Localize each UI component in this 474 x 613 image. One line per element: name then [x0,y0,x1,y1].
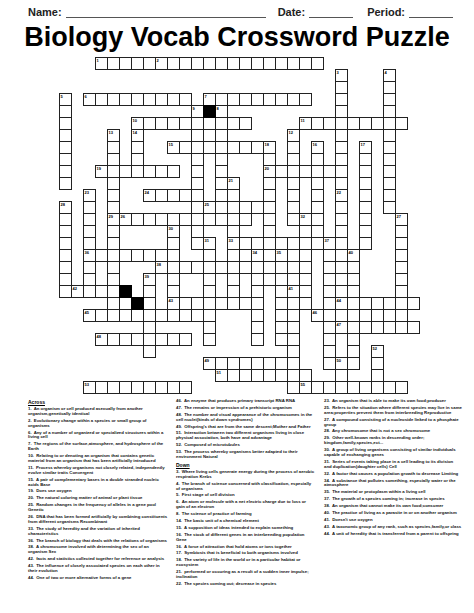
grid-cell[interactable] [179,381,192,394]
clue-item-number: 8. [176,511,180,516]
clues-column-3: 23. An organism that is able to make its… [324,399,462,589]
grid-cell[interactable] [179,213,192,226]
clue-item: 53. The process whereby organisms better… [176,450,316,460]
clue-item: 5. First stage of cell division [176,493,316,498]
black-cell [131,297,144,310]
clue-item-number: 22. [176,581,182,586]
clue-item: 1. An organism or cell produced asexuall… [28,407,168,417]
clue-number: 20 [265,166,269,171]
clue-item: 43. The influence of closely associated … [28,564,168,574]
clue-item: 52. Composed of microtubules [176,443,316,448]
grid-cell[interactable] [395,381,408,394]
grid-cell[interactable] [287,261,300,274]
clue-item: 25. Refers to the situation where differ… [324,406,462,416]
grid-cell[interactable] [191,261,204,274]
down-clues-part2: 23. An organism that is able to make its… [324,399,462,537]
clue-item-number: 18. [176,557,182,562]
grid-cell[interactable] [287,237,300,250]
down-header: Down [176,462,316,468]
clue-item: 41. Doesn't use oxygen [324,518,462,523]
grid-cell[interactable] [95,285,108,298]
clue-item: 30. A group of living organisms consisti… [324,448,462,458]
clue-item: 27. A compound consisting of a nucleosid… [324,418,462,428]
clue-item: 15. A pair of complementary bases in a d… [28,478,168,488]
clue-item: 42. facts and statistics collected toget… [28,557,168,562]
clue-number: 16 [313,142,317,147]
grid-cell[interactable] [203,213,216,226]
clue-item: 16. A force of attraction that hold atom… [176,545,316,550]
clues-column-2: 46. An enzyme that produces primary tran… [176,399,316,589]
clue-item: 3. Where living cells generate energy du… [176,470,316,480]
grid-cell[interactable] [203,333,216,346]
clue-number: 17 [361,142,365,147]
grid-cell[interactable] [371,117,384,130]
grid-cell[interactable] [143,345,156,358]
clue-item-number: 16. [176,532,182,537]
clue-number: 8 [217,106,219,111]
clue-item: 21. performed or occuring as a result of… [176,570,316,580]
clue-item: 23. An organism that is able to make its… [324,399,462,404]
black-cell [203,105,216,118]
clue-item-number: 43. [324,524,330,529]
clue-number: 10 [133,118,137,123]
grid-cell[interactable] [299,93,312,106]
clue-item-number: 16. [176,544,182,549]
across-clues-part1: 1. An organism or cell produced asexuall… [28,407,168,581]
grid-cell[interactable] [251,333,264,346]
grid-cell[interactable] [179,333,192,346]
clue-item: 43. A taxonomic group of any rank, such … [324,525,462,530]
clue-item: 18. The variety of life in the world or … [176,558,316,568]
down-clues-part1: 3. Where living cells generate energy du… [176,470,316,587]
clue-item-number: 6. [176,499,180,504]
grid-cell[interactable] [323,117,336,130]
clue-item-number: 7. [28,441,32,446]
clue-item-number: 44. [28,575,34,580]
grid-cell[interactable] [203,141,216,154]
grid-cell[interactable] [179,189,192,202]
clue-item: 10. Relating to or denoting an organism … [28,454,168,464]
clue-item-number: 25. [324,405,330,410]
clue-item-number: 3. [176,469,180,474]
clue-item-number: 35. [324,489,330,494]
across-header: Across [28,399,168,405]
clue-number: 3 [337,70,339,75]
grid-cell[interactable] [251,201,264,214]
clue-number: 25 [205,202,209,207]
clue-item: 44. One of two or more alternative forms… [28,576,168,581]
clue-number: 38 [157,262,161,267]
period-label: Period: [367,6,405,18]
grid-cell[interactable] [395,117,408,130]
clue-number: 30 [169,226,173,231]
grid-cell[interactable]: 47 [335,321,348,334]
page-title: Biology Vocab Crossword Puzzle [0,22,474,53]
grid-cell[interactable] [239,297,252,310]
clue-item: 20. The natural coloring matter of anima… [28,496,168,501]
clue-item-number: 40. [324,510,330,515]
clue-item: 36. The branch of biology that deals wit… [28,539,168,544]
grid-cell[interactable] [215,297,228,310]
crossword-grid: 1234567891011121329141516171820192133224… [59,57,421,395]
date-blank-line[interactable] [309,6,353,18]
clue-number: 34 [253,250,257,255]
clue-item-number: 15. [28,477,34,482]
clue-number: 1 [97,58,99,63]
clue-item: 51. Interaction between two different or… [176,431,316,441]
clue-item: 19. Does use oxygen [28,489,168,494]
clue-number: 15 [169,142,173,147]
grid-cell[interactable] [299,165,312,178]
name-label: Name: [28,6,62,18]
clue-number: 48 [97,334,101,339]
clue-number: 37 [325,238,329,243]
clue-item-number: 20. [28,495,34,500]
clue-item-number: 46. [176,398,182,403]
clue-number: 6 [85,94,87,99]
grid-cell[interactable] [59,177,72,190]
clue-number: 7 [205,94,207,99]
clue-item-number: 25. [28,502,34,507]
clue-item-number: 49. [176,424,182,429]
clue-number: 9 [193,106,195,111]
clue-number: 43 [169,298,173,303]
grid-cell[interactable] [167,165,180,178]
grid-cell[interactable] [407,321,420,334]
clue-item-number: 47. [176,405,182,410]
clue-item: 4. The branch of science concerned with … [176,482,316,492]
grid-cell[interactable] [119,165,132,178]
grid-cell[interactable] [311,57,324,70]
clue-item-number: 21. [176,569,182,574]
clue-item-number: 30. [324,447,330,452]
grid-cell[interactable] [239,261,252,274]
grid-cell[interactable] [323,381,336,394]
clue-number: 32 [301,214,305,219]
clues-section: Across 1. An organism or cell produced a… [28,399,462,589]
clue-item: 14. The basic unit of a chemical element [176,519,316,524]
clue-item-number: 43. [28,563,34,568]
grid-cell[interactable]: 46 [311,309,324,322]
clue-item: 26. DNA that has been formed artificiall… [28,515,168,525]
grid-cell[interactable] [323,165,336,178]
clue-number: 18 [265,142,269,147]
grid-cell[interactable] [179,141,192,154]
clue-number: 35 [277,250,281,255]
grid-cell[interactable] [239,117,252,130]
clue-number: 22 [337,190,341,195]
clue-number: 33 [229,238,233,243]
clue-item-number: 10. [28,453,34,458]
clue-number: 12 [289,130,293,135]
clue-item-number: 41. [324,517,330,522]
clue-item-number: 33. [28,526,34,531]
clue-item-number: 26. [28,514,34,519]
grid-cell[interactable] [191,309,204,322]
grid-cell[interactable] [347,357,360,370]
clue-number: 45 [85,310,89,315]
clue-number: 19 [97,166,101,171]
clue-item: 40. The practice of living as a parasite… [324,511,462,516]
clue-item: 7. The regions of the surface,atmosphere… [28,442,168,452]
grid-cell[interactable] [359,381,372,394]
grid-cell[interactable] [203,117,216,130]
clue-number: 24 [145,190,149,195]
clue-item-number: 44. [324,531,330,536]
clue-item-number: 4. [176,481,180,486]
clue-item-number: 28. [324,428,330,433]
grid-cell[interactable] [383,297,396,310]
clue-number: 13 [109,130,113,135]
clue-item-number: 23. [324,398,330,403]
clue-item-number: 34. [324,478,330,483]
clue-item-number: 19. [28,488,34,493]
clue-item-number: 48. [176,412,182,417]
clue-number: 4 [385,70,387,75]
clue-number: 29 [109,214,113,219]
clue-item-number: 38. [28,544,34,549]
clue-item-number: 32. [324,471,330,476]
clue-item-number: 2. [28,418,32,423]
clue-item: 22. The species coming out; decrease in … [176,582,316,587]
clue-item: 2. Evolutionary change within a species … [28,419,168,429]
clue-item: 25. Random changes in the frequency of a… [28,503,168,513]
clue-item: 6. Any of a number of organized or speci… [28,431,168,441]
clues-column-1: Across 1. An organism or cell produced a… [28,399,168,589]
clue-number: 5 [61,94,63,99]
grid-cell[interactable] [179,117,192,130]
clue-item-number: 14. [176,518,182,523]
grid-cell[interactable]: 42 [71,285,84,298]
clue-number: 23 [85,190,89,195]
clue-number: 53 [85,382,89,387]
clue-item-number: 53. [176,449,182,454]
grid-cell[interactable] [131,309,144,322]
clue-number: 46 [313,310,317,315]
grid-cell[interactable]: 38 [155,261,168,274]
clue-item: 47. The remains or impression of a prehi… [176,406,316,411]
clue-number: 49 [205,358,209,363]
clue-item: 11. Process whereby organisms not closel… [28,466,168,476]
grid-cell[interactable] [131,333,144,346]
clue-number: 14 [133,130,137,135]
date-label: Date: [278,6,306,18]
name-blank-line[interactable] [66,6,266,18]
clue-item: 32. A factor that causes a population gr… [324,472,462,477]
clue-item-number: 52. [176,442,182,447]
clue-item: 16. The stock of different genes in an i… [176,533,316,543]
clue-item-number: 1. [28,406,32,411]
clue-number: 55 [301,382,305,387]
clue-item: 35. The material or protoplasm within a … [324,490,462,495]
clue-item-number: 15. [176,525,182,530]
clue-item-number: 31. [324,459,330,464]
clue-number: 26 [121,214,125,219]
grid-cell[interactable] [359,237,372,250]
clue-item-number: 37. [324,496,330,501]
clue-item: 34. A substance that pollutes something,… [324,479,462,489]
clue-item-number: 38. [324,503,330,508]
clue-item: 15. A supposition of ideas intended to e… [176,526,316,531]
clue-number: 51 [217,370,221,375]
clue-item: 8. The science of practice of farming [176,512,316,517]
clue-item-number: 29. [324,435,330,440]
clue-number: 36 [85,250,89,255]
clue-item: 29. Other well-known ranks in descending… [324,436,462,446]
clue-item-number: 17. [176,550,182,555]
grid-cell[interactable] [95,309,108,322]
clue-item: 46. An enzyme that produces primary tran… [176,399,316,404]
clue-number: 21 [229,178,233,183]
clue-item-number: 6. [28,430,32,435]
clue-number: 11 [301,118,305,123]
clue-number: 31 [205,238,209,243]
clue-item-number: 27. [324,417,330,422]
grid-cell[interactable] [275,165,288,178]
grid-cell[interactable] [95,249,108,262]
clue-number: 50 [337,358,341,363]
clue-number: 44 [337,298,341,303]
clue-item: 38. An organism that cannot make its own… [324,504,462,509]
clue-item-number: 51. [176,430,182,435]
clue-number: 2 [157,58,159,63]
clue-item: 6. An atom or molecule with a net electr… [176,500,316,510]
grid-cell[interactable] [215,261,228,274]
grid-cell[interactable] [407,297,420,310]
clue-number: 27 [397,214,401,219]
clue-number: 39 [145,274,149,279]
clue-number: 41 [289,286,293,291]
clue-item: 38. A chromosome involved with determini… [28,545,168,555]
clue-item: 33. The study of heredity and the variat… [28,527,168,537]
clue-number: 40 [349,250,353,255]
clue-item-number: 11. [28,465,34,470]
clue-item: 37. The growth of a species coming in; i… [324,497,462,502]
clue-item: 49. Offspring's that are from the same d… [176,425,316,430]
clue-number: 42 [73,286,77,291]
period-blank-line[interactable] [409,6,453,18]
worksheet-header: Name: Date: Period: [28,6,460,18]
clue-item: 48. The number and visual appearance of … [176,413,316,423]
clue-item: 44. A unit of heredity that is transferr… [324,532,462,537]
clue-number: 28 [61,202,65,207]
clue-number: 47 [337,322,341,327]
grid-cell[interactable] [239,213,252,226]
clue-item-number: 42. [28,556,34,561]
clue-item: 31. Series of events taking place in a c… [324,460,462,470]
clue-item: 17. Symbiosis that is beneficial to both… [176,551,316,556]
clue-item: 28. Any chromosome that is not a sex chr… [324,429,462,434]
clue-item-number: 36. [28,538,34,543]
clue-number: 52 [373,346,377,351]
grid-cell[interactable] [275,369,288,382]
grid-cell[interactable]: 19 [95,165,108,178]
across-clues-part2: 46. An enzyme that produces primary tran… [176,399,316,460]
clue-item-number: 5. [176,492,180,497]
